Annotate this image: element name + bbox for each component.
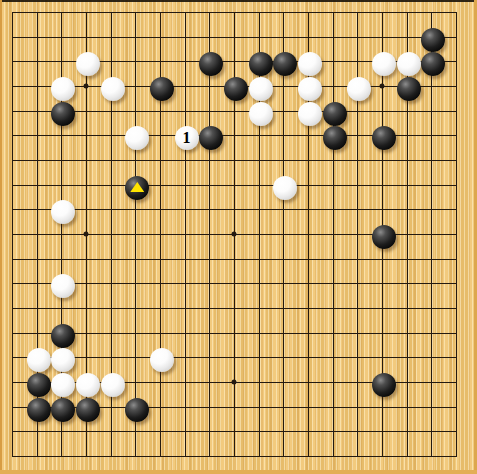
intersection[interactable] <box>49 345 74 370</box>
go-board[interactable]: 1 <box>0 0 477 474</box>
intersection[interactable] <box>172 0 197 24</box>
intersection[interactable] <box>197 394 222 419</box>
intersection[interactable] <box>197 320 222 345</box>
intersection[interactable] <box>148 271 173 296</box>
intersection[interactable] <box>419 394 444 419</box>
intersection[interactable] <box>24 296 49 321</box>
intersection[interactable] <box>345 172 370 197</box>
intersection[interactable] <box>296 246 321 271</box>
intersection[interactable] <box>222 24 247 49</box>
intersection[interactable] <box>0 49 24 74</box>
intersection[interactable] <box>148 345 173 370</box>
intersection[interactable] <box>49 24 74 49</box>
intersection[interactable] <box>419 123 444 148</box>
intersection[interactable] <box>394 345 419 370</box>
intersection[interactable] <box>419 197 444 222</box>
intersection[interactable] <box>345 271 370 296</box>
intersection[interactable] <box>296 123 321 148</box>
intersection[interactable] <box>197 123 222 148</box>
intersection[interactable] <box>0 296 24 321</box>
intersection[interactable] <box>74 24 99 49</box>
intersection[interactable] <box>394 172 419 197</box>
intersection[interactable] <box>123 222 148 247</box>
intersection[interactable] <box>296 320 321 345</box>
intersection[interactable] <box>296 296 321 321</box>
intersection[interactable] <box>394 320 419 345</box>
intersection[interactable] <box>74 370 99 395</box>
intersection[interactable] <box>394 222 419 247</box>
intersection[interactable] <box>24 345 49 370</box>
intersection[interactable] <box>296 370 321 395</box>
intersection[interactable] <box>370 148 395 173</box>
intersection[interactable] <box>271 419 296 444</box>
intersection[interactable] <box>172 98 197 123</box>
intersection[interactable] <box>370 49 395 74</box>
intersection[interactable] <box>222 74 247 99</box>
intersection[interactable] <box>49 197 74 222</box>
intersection[interactable] <box>123 24 148 49</box>
intersection[interactable] <box>123 148 148 173</box>
intersection[interactable] <box>246 246 271 271</box>
intersection[interactable] <box>419 24 444 49</box>
intersection[interactable] <box>222 0 247 24</box>
intersection[interactable] <box>394 49 419 74</box>
intersection[interactable] <box>370 271 395 296</box>
intersection[interactable] <box>271 394 296 419</box>
intersection[interactable] <box>246 345 271 370</box>
intersection[interactable] <box>123 246 148 271</box>
intersection[interactable] <box>370 419 395 444</box>
intersection[interactable] <box>49 0 74 24</box>
intersection[interactable] <box>0 172 24 197</box>
intersection[interactable] <box>345 296 370 321</box>
intersection[interactable] <box>246 0 271 24</box>
intersection[interactable] <box>345 148 370 173</box>
intersection[interactable] <box>246 296 271 321</box>
intersection[interactable] <box>345 49 370 74</box>
intersection[interactable] <box>148 74 173 99</box>
intersection[interactable] <box>394 24 419 49</box>
intersection[interactable] <box>370 24 395 49</box>
intersection[interactable] <box>0 246 24 271</box>
intersection[interactable] <box>74 271 99 296</box>
intersection[interactable] <box>296 49 321 74</box>
intersection[interactable] <box>271 49 296 74</box>
intersection[interactable] <box>370 246 395 271</box>
intersection[interactable] <box>320 197 345 222</box>
intersection[interactable] <box>123 172 148 197</box>
intersection[interactable] <box>49 296 74 321</box>
intersection[interactable] <box>345 197 370 222</box>
intersection[interactable] <box>320 394 345 419</box>
intersection[interactable] <box>271 296 296 321</box>
intersection[interactable] <box>148 394 173 419</box>
intersection[interactable] <box>0 197 24 222</box>
intersection[interactable] <box>24 74 49 99</box>
intersection[interactable] <box>123 320 148 345</box>
intersection[interactable] <box>320 320 345 345</box>
intersection[interactable] <box>419 49 444 74</box>
intersection[interactable] <box>443 222 468 247</box>
intersection[interactable] <box>443 271 468 296</box>
intersection[interactable] <box>172 222 197 247</box>
intersection[interactable] <box>222 419 247 444</box>
intersection[interactable] <box>296 443 321 468</box>
intersection[interactable] <box>246 197 271 222</box>
intersection[interactable] <box>197 74 222 99</box>
intersection[interactable] <box>394 0 419 24</box>
intersection[interactable] <box>148 197 173 222</box>
intersection[interactable] <box>246 172 271 197</box>
intersection[interactable] <box>197 370 222 395</box>
intersection[interactable] <box>222 345 247 370</box>
intersection[interactable] <box>345 320 370 345</box>
intersection[interactable] <box>246 222 271 247</box>
intersection[interactable] <box>24 320 49 345</box>
intersection[interactable] <box>296 271 321 296</box>
intersection[interactable] <box>197 24 222 49</box>
intersection[interactable] <box>98 172 123 197</box>
intersection[interactable] <box>98 345 123 370</box>
intersection[interactable] <box>98 296 123 321</box>
intersection[interactable] <box>0 0 24 24</box>
intersection[interactable] <box>271 74 296 99</box>
intersection[interactable] <box>271 123 296 148</box>
intersection[interactable] <box>222 197 247 222</box>
intersection[interactable] <box>74 419 99 444</box>
intersection[interactable] <box>0 443 24 468</box>
intersection[interactable] <box>98 320 123 345</box>
intersection[interactable] <box>0 370 24 395</box>
intersection[interactable] <box>49 443 74 468</box>
intersection[interactable] <box>74 197 99 222</box>
intersection[interactable] <box>49 148 74 173</box>
intersection[interactable] <box>98 246 123 271</box>
intersection[interactable] <box>148 320 173 345</box>
intersection[interactable] <box>74 74 99 99</box>
intersection[interactable] <box>197 246 222 271</box>
intersection[interactable] <box>172 443 197 468</box>
intersection[interactable] <box>370 443 395 468</box>
intersection[interactable] <box>222 320 247 345</box>
intersection[interactable] <box>148 419 173 444</box>
intersection[interactable] <box>197 49 222 74</box>
intersection[interactable] <box>148 123 173 148</box>
intersection[interactable] <box>222 222 247 247</box>
intersection[interactable] <box>370 98 395 123</box>
intersection[interactable] <box>49 271 74 296</box>
intersection[interactable] <box>123 197 148 222</box>
intersection[interactable] <box>172 197 197 222</box>
intersection[interactable] <box>24 419 49 444</box>
intersection[interactable] <box>222 172 247 197</box>
intersection[interactable] <box>246 320 271 345</box>
intersection[interactable] <box>320 0 345 24</box>
intersection[interactable] <box>222 246 247 271</box>
intersection[interactable] <box>419 320 444 345</box>
intersection[interactable] <box>345 222 370 247</box>
intersection[interactable] <box>74 172 99 197</box>
intersection[interactable] <box>148 24 173 49</box>
intersection[interactable] <box>345 74 370 99</box>
intersection[interactable] <box>394 296 419 321</box>
intersection[interactable] <box>370 123 395 148</box>
intersection[interactable] <box>419 419 444 444</box>
intersection[interactable] <box>24 443 49 468</box>
intersection[interactable] <box>49 98 74 123</box>
intersection[interactable] <box>394 271 419 296</box>
intersection[interactable] <box>296 148 321 173</box>
intersection[interactable] <box>370 370 395 395</box>
intersection[interactable] <box>320 419 345 444</box>
intersection[interactable] <box>148 172 173 197</box>
intersection[interactable] <box>0 24 24 49</box>
intersection[interactable] <box>443 24 468 49</box>
intersection[interactable] <box>370 320 395 345</box>
intersection[interactable] <box>123 419 148 444</box>
intersection[interactable] <box>123 296 148 321</box>
intersection[interactable] <box>172 271 197 296</box>
intersection[interactable] <box>345 394 370 419</box>
intersection[interactable] <box>24 172 49 197</box>
intersection[interactable] <box>320 443 345 468</box>
intersection[interactable] <box>222 148 247 173</box>
intersection[interactable] <box>443 49 468 74</box>
intersection[interactable] <box>24 148 49 173</box>
intersection[interactable] <box>24 49 49 74</box>
intersection[interactable] <box>443 148 468 173</box>
intersection[interactable] <box>320 172 345 197</box>
intersection[interactable] <box>0 148 24 173</box>
intersection[interactable] <box>74 394 99 419</box>
intersection[interactable] <box>24 394 49 419</box>
intersection[interactable] <box>320 345 345 370</box>
intersection[interactable] <box>419 296 444 321</box>
intersection[interactable] <box>345 419 370 444</box>
intersection[interactable] <box>222 98 247 123</box>
intersection[interactable] <box>271 320 296 345</box>
intersection[interactable] <box>370 222 395 247</box>
intersection[interactable] <box>98 49 123 74</box>
intersection[interactable] <box>148 222 173 247</box>
intersection[interactable] <box>148 443 173 468</box>
intersection[interactable] <box>197 271 222 296</box>
intersection[interactable] <box>197 419 222 444</box>
intersection[interactable] <box>49 172 74 197</box>
intersection[interactable] <box>0 345 24 370</box>
intersection[interactable] <box>370 172 395 197</box>
intersection[interactable] <box>222 394 247 419</box>
intersection[interactable] <box>296 419 321 444</box>
intersection[interactable] <box>197 197 222 222</box>
intersection[interactable] <box>123 0 148 24</box>
intersection[interactable] <box>443 419 468 444</box>
intersection[interactable] <box>419 246 444 271</box>
intersection[interactable] <box>345 443 370 468</box>
intersection[interactable] <box>74 296 99 321</box>
intersection[interactable] <box>370 296 395 321</box>
intersection[interactable] <box>271 172 296 197</box>
intersection[interactable] <box>345 24 370 49</box>
intersection[interactable] <box>419 172 444 197</box>
intersection[interactable] <box>222 296 247 321</box>
intersection[interactable] <box>394 419 419 444</box>
intersection[interactable] <box>271 345 296 370</box>
intersection[interactable] <box>443 0 468 24</box>
intersection[interactable] <box>222 49 247 74</box>
intersection[interactable] <box>345 123 370 148</box>
intersection[interactable] <box>24 370 49 395</box>
intersection[interactable] <box>345 345 370 370</box>
intersection[interactable] <box>172 320 197 345</box>
intersection[interactable] <box>123 49 148 74</box>
intersection[interactable] <box>74 320 99 345</box>
intersection[interactable] <box>443 394 468 419</box>
intersection[interactable] <box>320 123 345 148</box>
intersection[interactable] <box>49 222 74 247</box>
intersection[interactable] <box>98 0 123 24</box>
intersection[interactable] <box>123 345 148 370</box>
intersection[interactable] <box>172 172 197 197</box>
intersection[interactable] <box>172 370 197 395</box>
intersection[interactable] <box>246 271 271 296</box>
intersection[interactable] <box>74 148 99 173</box>
intersection[interactable] <box>246 49 271 74</box>
intersection[interactable] <box>320 98 345 123</box>
intersection[interactable] <box>320 222 345 247</box>
intersection[interactable] <box>443 443 468 468</box>
intersection[interactable] <box>419 74 444 99</box>
intersection[interactable] <box>419 271 444 296</box>
intersection[interactable] <box>443 370 468 395</box>
intersection[interactable] <box>24 0 49 24</box>
intersection[interactable] <box>172 296 197 321</box>
intersection[interactable] <box>320 246 345 271</box>
intersection[interactable] <box>394 443 419 468</box>
intersection[interactable] <box>0 320 24 345</box>
intersection[interactable] <box>246 123 271 148</box>
intersection[interactable] <box>271 148 296 173</box>
intersection[interactable] <box>222 123 247 148</box>
intersection[interactable] <box>123 443 148 468</box>
intersection[interactable] <box>296 98 321 123</box>
intersection[interactable] <box>98 24 123 49</box>
intersection[interactable] <box>419 443 444 468</box>
intersection[interactable] <box>394 148 419 173</box>
intersection[interactable] <box>49 74 74 99</box>
intersection[interactable] <box>0 222 24 247</box>
intersection[interactable] <box>172 148 197 173</box>
intersection[interactable] <box>443 246 468 271</box>
intersection[interactable] <box>0 271 24 296</box>
intersection[interactable] <box>74 49 99 74</box>
intersection[interactable] <box>419 370 444 395</box>
intersection[interactable] <box>98 222 123 247</box>
intersection[interactable] <box>148 98 173 123</box>
intersection[interactable] <box>49 370 74 395</box>
intersection[interactable] <box>172 394 197 419</box>
intersection[interactable] <box>49 394 74 419</box>
intersection[interactable] <box>246 394 271 419</box>
intersection[interactable] <box>148 296 173 321</box>
intersection[interactable] <box>0 74 24 99</box>
intersection[interactable] <box>197 98 222 123</box>
intersection[interactable] <box>246 74 271 99</box>
intersection[interactable] <box>419 0 444 24</box>
intersection[interactable] <box>74 443 99 468</box>
intersection[interactable] <box>345 98 370 123</box>
intersection[interactable] <box>74 98 99 123</box>
intersection[interactable] <box>148 370 173 395</box>
intersection[interactable] <box>320 271 345 296</box>
intersection[interactable] <box>74 222 99 247</box>
intersection[interactable] <box>74 123 99 148</box>
intersection[interactable] <box>296 394 321 419</box>
intersection[interactable] <box>320 74 345 99</box>
intersection[interactable] <box>98 123 123 148</box>
intersection[interactable] <box>419 98 444 123</box>
intersection[interactable] <box>443 74 468 99</box>
intersection[interactable] <box>74 246 99 271</box>
intersection[interactable] <box>98 419 123 444</box>
intersection[interactable] <box>246 370 271 395</box>
intersection[interactable] <box>172 419 197 444</box>
intersection[interactable] <box>394 370 419 395</box>
intersection[interactable] <box>271 98 296 123</box>
intersection[interactable] <box>296 197 321 222</box>
intersection[interactable] <box>320 296 345 321</box>
intersection[interactable] <box>370 74 395 99</box>
intersection[interactable] <box>197 345 222 370</box>
intersection[interactable] <box>271 197 296 222</box>
intersection[interactable] <box>197 443 222 468</box>
intersection[interactable] <box>98 74 123 99</box>
intersection[interactable] <box>0 98 24 123</box>
intersection[interactable] <box>49 123 74 148</box>
intersection[interactable] <box>172 345 197 370</box>
intersection[interactable] <box>0 394 24 419</box>
intersection[interactable] <box>148 148 173 173</box>
intersection[interactable] <box>443 197 468 222</box>
intersection[interactable] <box>296 345 321 370</box>
intersection[interactable] <box>271 271 296 296</box>
intersection[interactable] <box>296 172 321 197</box>
intersection[interactable] <box>98 394 123 419</box>
intersection[interactable] <box>24 123 49 148</box>
intersection[interactable] <box>197 222 222 247</box>
intersection[interactable] <box>419 345 444 370</box>
intersection[interactable] <box>296 0 321 24</box>
intersection[interactable] <box>271 370 296 395</box>
intersection[interactable] <box>24 271 49 296</box>
intersection[interactable] <box>49 246 74 271</box>
intersection[interactable] <box>345 0 370 24</box>
intersection[interactable] <box>394 98 419 123</box>
intersection[interactable] <box>222 271 247 296</box>
intersection[interactable] <box>74 345 99 370</box>
intersection[interactable] <box>24 24 49 49</box>
intersection[interactable] <box>172 24 197 49</box>
intersection[interactable] <box>24 246 49 271</box>
intersection[interactable] <box>0 123 24 148</box>
intersection[interactable] <box>24 98 49 123</box>
intersection[interactable] <box>271 246 296 271</box>
intersection[interactable] <box>49 49 74 74</box>
intersection[interactable] <box>123 98 148 123</box>
intersection[interactable] <box>49 419 74 444</box>
intersection[interactable] <box>123 123 148 148</box>
intersection[interactable] <box>394 197 419 222</box>
